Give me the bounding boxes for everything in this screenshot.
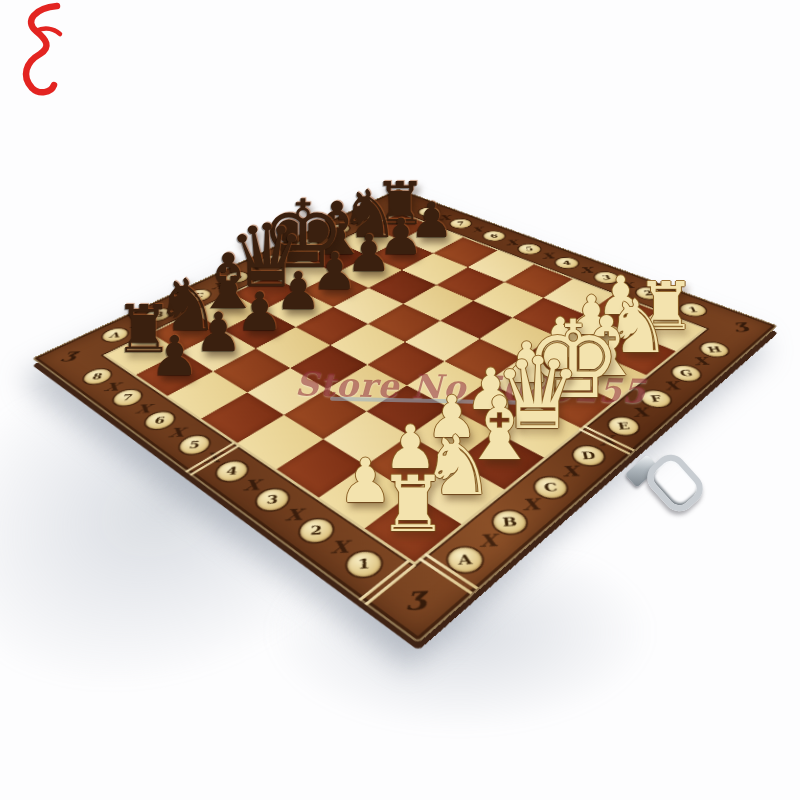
engraved-ornament: X (471, 226, 484, 234)
engraved-ornament: X (242, 476, 261, 494)
engraved-ornament: Ʒ (58, 349, 80, 364)
file-label-B: B (492, 510, 528, 534)
engraved-ornament: Ʒ (729, 320, 752, 335)
engraved-ornament: Ʒ (405, 586, 428, 616)
rank-label-4: 4 (215, 461, 248, 482)
engraved-ornament: X (579, 265, 595, 275)
file-label-C: C (533, 477, 568, 499)
rank-label-mirror-5: 5 (518, 244, 542, 255)
engraved-ornament: X (690, 355, 711, 368)
rank-label-2: 2 (299, 519, 333, 543)
piece-black-pawn-b7[interactable]: ♟ (194, 306, 242, 360)
rank-label-7: 7 (111, 389, 143, 406)
engraved-ornament: X (505, 238, 519, 247)
engraved-ornament: X (134, 402, 154, 417)
engraved-ornament: X (661, 379, 682, 393)
engraved-ornament: X (284, 505, 303, 524)
rank-label-mirror-4: 4 (554, 257, 579, 268)
product-photo: 88AA77BB66CC55DD44EE33FF22GG11HHXXXXXXXX… (0, 0, 800, 800)
rank-label-1: 1 (347, 551, 381, 577)
red-flourish-decoration (8, 0, 70, 102)
engraved-ornament: X (167, 425, 187, 441)
rank-label-6: 6 (143, 412, 175, 430)
metal-clasp (629, 452, 707, 516)
piece-black-pawn-a7[interactable]: ♟ (150, 329, 199, 384)
piece-white-rook-a1[interactable]: ♜ (379, 466, 448, 543)
file-label-G: G (670, 365, 703, 381)
file-label-A: A (447, 547, 483, 573)
engraved-ornament: X (102, 380, 122, 394)
rank-label-mirror-6: 6 (483, 231, 506, 241)
engraved-ornament: X (478, 530, 499, 551)
rank-label-3: 3 (256, 489, 289, 511)
engraved-ornament: X (560, 462, 581, 480)
engraved-ornament: X (541, 251, 556, 260)
file-label-H: H (698, 342, 731, 357)
engraved-ornament: X (330, 537, 349, 558)
piece-black-pawn-c7[interactable]: ♟ (236, 285, 284, 338)
rank-label-8: 8 (81, 369, 113, 385)
rank-label-5: 5 (178, 435, 211, 454)
engraved-ornament: X (520, 495, 541, 514)
